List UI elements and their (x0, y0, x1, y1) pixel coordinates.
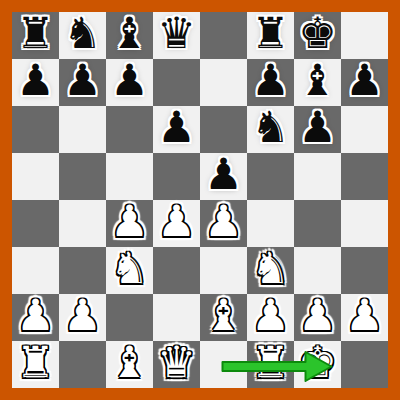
square-f3[interactable]: ♞ (247, 247, 294, 294)
piece-black-knight-f6[interactable]: ♞ (251, 104, 290, 151)
piece-black-pawn-b7[interactable]: ♟ (63, 57, 102, 104)
piece-white-knight-c3[interactable]: ♞ (110, 245, 149, 292)
square-b7[interactable]: ♟ (59, 59, 106, 106)
square-e2[interactable]: ♝ (200, 294, 247, 341)
square-a2[interactable]: ♟ (12, 294, 59, 341)
square-d1[interactable]: ♛ (153, 341, 200, 388)
square-a3[interactable] (12, 247, 59, 294)
square-h3[interactable] (341, 247, 388, 294)
piece-black-king-g8[interactable]: ♚ (298, 10, 337, 57)
square-f1[interactable]: ♜ (247, 341, 294, 388)
piece-black-bishop-g7[interactable]: ♝ (298, 57, 337, 104)
square-a1[interactable]: ♜ (12, 341, 59, 388)
square-g3[interactable] (294, 247, 341, 294)
square-d6[interactable]: ♟ (153, 106, 200, 153)
square-h7[interactable]: ♟ (341, 59, 388, 106)
square-b2[interactable]: ♟ (59, 294, 106, 341)
square-d2[interactable] (153, 294, 200, 341)
square-g7[interactable]: ♝ (294, 59, 341, 106)
piece-white-bishop-c1[interactable]: ♝ (110, 339, 149, 386)
piece-black-pawn-f7[interactable]: ♟ (251, 57, 290, 104)
square-e1[interactable] (200, 341, 247, 388)
square-h1[interactable] (341, 341, 388, 388)
square-g1[interactable]: ♚ (294, 341, 341, 388)
piece-white-pawn-h2[interactable]: ♟ (345, 292, 384, 339)
square-h5[interactable] (341, 153, 388, 200)
square-h2[interactable]: ♟ (341, 294, 388, 341)
piece-black-queen-d8[interactable]: ♛ (157, 10, 196, 57)
square-a8[interactable]: ♜ (12, 12, 59, 59)
piece-white-pawn-d4[interactable]: ♟ (157, 198, 196, 245)
square-e3[interactable] (200, 247, 247, 294)
square-h4[interactable] (341, 200, 388, 247)
piece-white-pawn-g2[interactable]: ♟ (298, 292, 337, 339)
piece-black-pawn-g6[interactable]: ♟ (298, 104, 337, 151)
square-e7[interactable] (200, 59, 247, 106)
square-f8[interactable]: ♜ (247, 12, 294, 59)
square-c4[interactable]: ♟ (106, 200, 153, 247)
square-a5[interactable] (12, 153, 59, 200)
square-c2[interactable] (106, 294, 153, 341)
square-b6[interactable] (59, 106, 106, 153)
board-frame: ♜♞♝♛♜♚♟♟♟♟♝♟♟♞♟♟♟♟♟♞♞♟♟♝♟♟♟♜♝♛♜♚ (0, 0, 400, 400)
square-f7[interactable]: ♟ (247, 59, 294, 106)
piece-black-pawn-d6[interactable]: ♟ (157, 104, 196, 151)
square-c1[interactable]: ♝ (106, 341, 153, 388)
piece-white-pawn-c4[interactable]: ♟ (110, 198, 149, 245)
piece-white-pawn-b2[interactable]: ♟ (63, 292, 102, 339)
piece-white-rook-a1[interactable]: ♜ (16, 339, 55, 386)
piece-white-pawn-a2[interactable]: ♟ (16, 292, 55, 339)
piece-black-pawn-e5[interactable]: ♟ (204, 151, 243, 198)
square-f2[interactable]: ♟ (247, 294, 294, 341)
square-f6[interactable]: ♞ (247, 106, 294, 153)
piece-white-pawn-f2[interactable]: ♟ (251, 292, 290, 339)
square-d3[interactable] (153, 247, 200, 294)
square-b8[interactable]: ♞ (59, 12, 106, 59)
square-a6[interactable] (12, 106, 59, 153)
square-e6[interactable] (200, 106, 247, 153)
square-b3[interactable] (59, 247, 106, 294)
square-g4[interactable] (294, 200, 341, 247)
piece-white-queen-d1[interactable]: ♛ (157, 339, 196, 386)
piece-black-pawn-a7[interactable]: ♟ (16, 57, 55, 104)
square-h8[interactable] (341, 12, 388, 59)
chess-board[interactable]: ♜♞♝♛♜♚♟♟♟♟♝♟♟♞♟♟♟♟♟♞♞♟♟♝♟♟♟♜♝♛♜♚ (12, 12, 388, 388)
square-e8[interactable] (200, 12, 247, 59)
square-e5[interactable]: ♟ (200, 153, 247, 200)
square-f5[interactable] (247, 153, 294, 200)
square-b1[interactable] (59, 341, 106, 388)
square-c7[interactable]: ♟ (106, 59, 153, 106)
square-d7[interactable] (153, 59, 200, 106)
square-c5[interactable] (106, 153, 153, 200)
piece-white-bishop-e2[interactable]: ♝ (204, 292, 243, 339)
square-b5[interactable] (59, 153, 106, 200)
square-c3[interactable]: ♞ (106, 247, 153, 294)
piece-white-king-g1[interactable]: ♚ (298, 339, 337, 386)
piece-white-rook-f1[interactable]: ♜ (251, 339, 290, 386)
piece-black-knight-b8[interactable]: ♞ (63, 10, 102, 57)
piece-black-rook-a8[interactable]: ♜ (16, 10, 55, 57)
square-a7[interactable]: ♟ (12, 59, 59, 106)
square-g6[interactable]: ♟ (294, 106, 341, 153)
square-c6[interactable] (106, 106, 153, 153)
square-c8[interactable]: ♝ (106, 12, 153, 59)
square-h6[interactable] (341, 106, 388, 153)
square-g2[interactable]: ♟ (294, 294, 341, 341)
square-d4[interactable]: ♟ (153, 200, 200, 247)
square-d5[interactable] (153, 153, 200, 200)
square-g8[interactable]: ♚ (294, 12, 341, 59)
piece-black-rook-f8[interactable]: ♜ (251, 10, 290, 57)
piece-black-bishop-c8[interactable]: ♝ (110, 10, 149, 57)
square-b4[interactable] (59, 200, 106, 247)
piece-black-pawn-c7[interactable]: ♟ (110, 57, 149, 104)
square-f4[interactable] (247, 200, 294, 247)
square-d8[interactable]: ♛ (153, 12, 200, 59)
square-g5[interactable] (294, 153, 341, 200)
piece-black-pawn-h7[interactable]: ♟ (345, 57, 384, 104)
square-a4[interactable] (12, 200, 59, 247)
piece-white-knight-f3[interactable]: ♞ (251, 245, 290, 292)
piece-white-pawn-e4[interactable]: ♟ (204, 198, 243, 245)
square-e4[interactable]: ♟ (200, 200, 247, 247)
